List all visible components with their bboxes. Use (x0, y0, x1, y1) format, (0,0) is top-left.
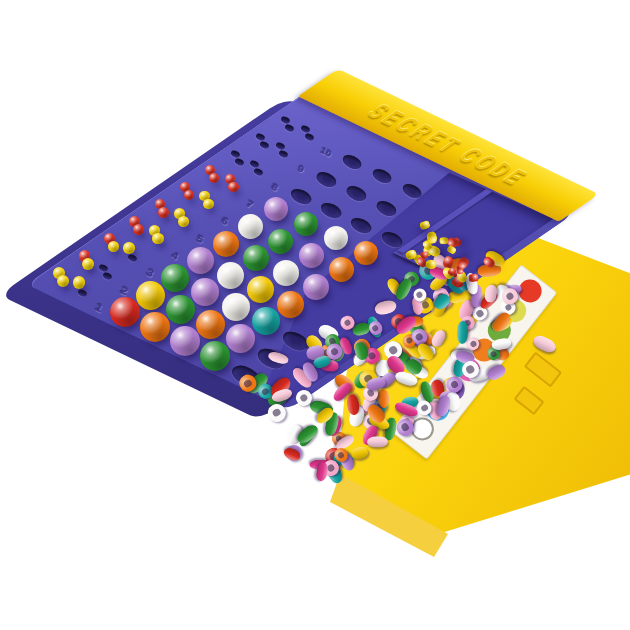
feedback-hole-row10-1[interactable] (281, 115, 292, 124)
row-number-8: 8 (271, 181, 281, 193)
row-number-7: 7 (245, 198, 255, 210)
loose-peg (374, 298, 398, 316)
loose-peg (490, 337, 511, 351)
row-number-9: 9 (296, 164, 305, 175)
code-peg-row3-pos3[interactable] (222, 293, 250, 321)
code-peg-row6-pos3[interactable] (299, 243, 324, 268)
feedback-hole-row2-3[interactable] (99, 263, 110, 272)
feedback-hole-row9-4[interactable] (279, 150, 290, 159)
code-peg-row7-pos4[interactable] (354, 241, 378, 265)
code-peg-row5-pos2[interactable] (243, 245, 269, 271)
code-hole-row9-pos1[interactable] (314, 169, 338, 190)
feedback-peg-row6-4[interactable] (203, 199, 213, 209)
feedback-peg-row3-2[interactable] (108, 241, 119, 252)
code-peg-row1-pos1[interactable] (110, 297, 140, 327)
code-peg-row3-pos1[interactable] (161, 264, 189, 292)
feedback-peg-row1-3[interactable] (73, 276, 85, 288)
code-hole-row8-pos4[interactable] (379, 229, 404, 251)
code-peg-row6-pos1[interactable] (238, 214, 263, 239)
feedback-supply-peg (482, 255, 497, 270)
feedback-peg-row1-2[interactable] (57, 275, 69, 287)
guess-board: 10987654321 (0, 0, 630, 630)
loose-peg (267, 350, 291, 366)
code-peg-row1-pos3[interactable] (170, 326, 200, 356)
code-peg-row1-pos4[interactable] (200, 341, 230, 371)
feedback-hole-row8-1[interactable] (230, 150, 241, 159)
feedback-peg-row6-2[interactable] (184, 190, 194, 200)
feedback-peg-row5-4[interactable] (178, 216, 189, 227)
feedback-hole-row1-4[interactable] (77, 288, 88, 297)
row-number-1: 1 (93, 301, 105, 315)
code-hole-row10-pos1[interactable] (340, 152, 363, 172)
feedback-peg-row4-2[interactable] (133, 224, 144, 235)
row-number-4: 4 (169, 249, 180, 263)
feedback-supply-peg (469, 274, 479, 282)
code-peg-row5-pos1[interactable] (213, 231, 239, 257)
loose-peg (456, 320, 468, 343)
feedback-peg-row7-2[interactable] (209, 173, 219, 183)
feedback-hole-row10-3[interactable] (300, 124, 311, 133)
feedback-peg-row7-4[interactable] (228, 182, 238, 192)
feedback-peg-row3-3[interactable] (123, 242, 134, 253)
code-peg-row2-pos1[interactable] (136, 281, 165, 310)
row-number-3: 3 (144, 267, 155, 281)
code-peg-row4-pos2[interactable] (217, 262, 244, 289)
code-peg-row3-pos2[interactable] (191, 278, 219, 306)
code-peg-row7-pos1[interactable] (264, 197, 288, 221)
feedback-peg-row4-4[interactable] (152, 233, 163, 244)
loose-peg (367, 436, 388, 447)
code-peg-row4-pos4[interactable] (277, 291, 304, 318)
code-hole-row9-pos2[interactable] (344, 183, 368, 204)
row-number-2: 2 (119, 284, 130, 298)
code-peg-row2-pos3[interactable] (196, 310, 225, 339)
code-peg-row2-pos2[interactable] (166, 295, 195, 324)
code-hole-row10-pos2[interactable] (370, 166, 393, 186)
code-peg-row4-pos3[interactable] (247, 276, 274, 303)
feedback-hole-row10-4[interactable] (304, 132, 315, 141)
feedback-hole-row8-3[interactable] (250, 159, 261, 168)
feedback-hole-row9-2[interactable] (259, 140, 270, 149)
row-number-6: 6 (220, 215, 230, 227)
code-peg-row5-pos4[interactable] (303, 274, 329, 300)
code-peg-row6-pos2[interactable] (268, 229, 293, 254)
feedback-hole-row9-3[interactable] (275, 142, 286, 151)
code-hole-row8-pos1[interactable] (288, 186, 313, 208)
row-number-10: 10 (319, 145, 333, 158)
code-hole-row8-pos2[interactable] (319, 200, 344, 222)
feedback-hole-row3-4[interactable] (128, 254, 139, 263)
code-peg-row3-pos4[interactable] (252, 307, 280, 335)
feedback-peg-row5-2[interactable] (158, 207, 169, 218)
feedback-supply-peg (419, 219, 431, 229)
feedback-hole-row10-2[interactable] (284, 123, 295, 132)
code-peg-row1-pos2[interactable] (140, 312, 170, 342)
secret-code-game-photo: SECRET CODE 10987654321 (0, 0, 630, 630)
code-peg-row5-pos3[interactable] (273, 260, 299, 286)
feedback-supply-peg (425, 260, 437, 269)
code-peg-row7-pos2[interactable] (294, 212, 318, 236)
code-peg-row2-pos4[interactable] (226, 324, 255, 353)
feedback-hole-row9-1[interactable] (255, 132, 266, 141)
code-hole-row8-pos3[interactable] (349, 215, 374, 237)
code-peg-row4-pos1[interactable] (187, 247, 214, 274)
feedback-hole-row8-2[interactable] (234, 158, 245, 167)
code-peg-row6-pos4[interactable] (329, 257, 354, 282)
row-number-5: 5 (195, 233, 205, 245)
feedback-hole-row8-4[interactable] (253, 167, 264, 176)
code-hole-row9-pos3[interactable] (374, 198, 398, 219)
feedback-peg-row2-2[interactable] (82, 258, 94, 270)
code-peg-row7-pos3[interactable] (324, 226, 348, 250)
feedback-hole-row2-4[interactable] (102, 271, 113, 280)
code-hole-row10-pos3[interactable] (400, 181, 423, 201)
